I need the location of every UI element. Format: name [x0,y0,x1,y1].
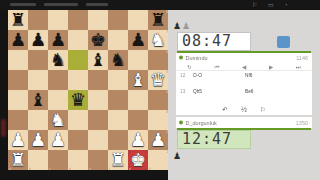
header-flag-icon: ⚐ [252,1,257,9]
black-knight-c6: ♞ [48,49,68,69]
player-row-top: Dumindu 1146 [176,53,312,62]
next-move-icon[interactable]: ▶ [269,63,273,70]
square-f8[interactable] [108,10,128,30]
square-e7[interactable]: ♚ [88,30,108,50]
square-f6[interactable]: ♞ [108,50,128,70]
player-row-bottom: D_durgunluk 1350 [176,117,312,128]
game-controls: ↶ ½ ⚐ [176,103,312,115]
black-king-e7: ♚ [88,29,108,49]
draw-offer-button[interactable]: ½ [241,105,247,113]
square-c2[interactable]: ♟ [48,130,68,150]
square-c4[interactable] [48,90,68,110]
page-left-margin [0,10,8,180]
page-header: ⚐ ▭ ◔ [0,0,320,10]
square-e2[interactable] [88,130,108,150]
move-black[interactable]: Be6 [245,87,310,95]
square-h4[interactable]: 4 [148,90,168,110]
square-h3[interactable]: 3 [148,110,168,130]
square-h5[interactable]: ♛5 [148,70,168,90]
square-h1[interactable]: 1h [148,150,168,170]
square-e8[interactable] [88,10,108,30]
square-e3[interactable] [88,110,108,130]
square-f1[interactable]: ♜f [108,150,128,170]
white-king-g1: ♚ [128,149,148,169]
clock-top: 08:47 [177,32,251,51]
white-pawn-c2: ♟ [48,129,68,149]
square-c1[interactable]: c [48,150,68,170]
white-knight-h7: ♞ [148,29,168,49]
square-h6[interactable]: 6 [148,50,168,70]
square-g3[interactable] [128,110,148,130]
black-knight-f6: ♞ [108,49,128,69]
square-f5[interactable] [108,70,128,90]
prev-move-icon[interactable]: ◀ [242,63,246,70]
square-d6[interactable] [68,50,88,70]
black-bishop-b4: ♝ [28,89,48,109]
square-a4[interactable] [8,90,28,110]
move-list: 12O-ONf613Qh5Be614Nxh7Ke715Bg5Qxd4+ [176,71,312,103]
player-name-top[interactable]: Dumindu [186,55,208,61]
square-a1[interactable]: ♜a [8,150,28,170]
white-rook-a1: ♜ [8,149,28,169]
black-rook-a8: ♜ [8,9,28,29]
last-move-icon[interactable]: ⏭ [296,63,301,70]
white-pawn-h2: ♟ [148,129,168,149]
square-f7[interactable] [108,30,128,50]
square-e5[interactable] [88,70,108,90]
header-text-smudge [86,3,108,6]
white-queen-h5: ♛ [148,69,168,89]
square-e1[interactable]: e [88,150,108,170]
square-a8[interactable]: ♜ [8,10,28,30]
square-f3[interactable] [108,110,128,130]
square-c5[interactable] [48,70,68,90]
square-b1[interactable]: b [28,150,48,170]
move-number: 13 [176,88,193,94]
clock-bottom: 12:47 [177,130,251,149]
square-b7[interactable]: ♟ [28,30,48,50]
square-h2[interactable]: ♟2 [148,130,168,150]
square-f4[interactable] [108,90,128,110]
header-bell-icon: ◔ [284,1,288,9]
black-rook-h8: ♜ [148,9,168,29]
white-knight-c3: ♞ [48,109,68,129]
square-e6[interactable]: ♝ [88,50,108,70]
square-d4[interactable]: ♛ [68,90,88,110]
online-indicator [179,56,183,60]
takeback-button[interactable]: ↶ [222,105,227,113]
first-move-icon[interactable]: ⏮ [215,63,220,70]
square-c8[interactable] [48,10,68,30]
square-e4[interactable] [88,90,108,110]
captured-pawn-icon: ♟ [173,151,181,161]
black-pawn-g7: ♟ [128,29,148,49]
black-pawn-c7: ♟ [48,29,68,49]
square-g1[interactable]: ♚g [128,150,148,170]
black-pawn-b7: ♟ [28,29,48,49]
chess-board: ♜♜8♟♟♟♚♟♞7♞♝♞6♝♛5♝♛4♞3♟♟♟♟♟2♜abcde♜f♚g1h [8,10,168,170]
move-row: 13Qh5Be6 [176,87,312,95]
square-d8[interactable] [68,10,88,30]
move-row: 12O-ONf6 [176,71,312,79]
square-h8[interactable]: ♜8 [148,10,168,30]
white-rook-f1: ♜ [108,149,128,169]
square-h7[interactable]: ♞7 [148,30,168,50]
square-b6[interactable] [28,50,48,70]
move-nav-buttons: ↻⏮◀▶⏭ [176,62,312,71]
captured-pieces-top: ♟♟ [173,21,190,31]
player-name-bottom[interactable]: D_durgunluk [186,120,217,126]
move-white[interactable]: O-O [193,72,245,78]
square-d2[interactable] [68,130,88,150]
move-number: 12 [176,72,193,78]
square-a7[interactable]: ♟ [8,30,28,50]
white-pawn-b2: ♟ [28,129,48,149]
square-b4[interactable]: ♝ [28,90,48,110]
analysis-button[interactable] [277,36,290,48]
white-pawn-g2: ♟ [128,129,148,149]
square-c6[interactable]: ♞ [48,50,68,70]
lichess-game-screen: ⚐ ▭ ◔ ♜♜8♟♟♟♚♟♞7♞♝♞6♝♛5♝♛4♞3♟♟♟♟♟2♜abcde… [0,0,320,180]
square-a6[interactable] [8,50,28,70]
black-bishop-e6: ♝ [88,49,108,69]
replay-icon[interactable]: ↻ [187,63,192,70]
square-g8[interactable] [128,10,148,30]
square-b5[interactable] [28,70,48,90]
square-a2[interactable]: ♟ [8,130,28,150]
move-black[interactable]: Nf6 [245,71,310,79]
square-d3[interactable] [68,110,88,130]
resign-button[interactable]: ⚐ [260,105,266,113]
header-window-icon: ▭ [268,1,274,9]
square-g6[interactable] [128,50,148,70]
square-f2[interactable] [108,130,128,150]
square-b3[interactable] [28,110,48,130]
square-b8[interactable] [28,10,48,30]
header-text-smudge [44,3,78,6]
white-pawn-a2: ♟ [8,129,28,149]
player-rating-top: 1146 [296,55,308,61]
square-g2[interactable]: ♟ [128,130,148,150]
recording-artifact [1,119,6,137]
white-bishop-g5: ♝ [128,69,148,89]
square-d5[interactable] [68,70,88,90]
online-indicator [179,121,183,125]
square-g5[interactable]: ♝ [128,70,148,90]
move-nav: ↻⏮◀▶⏭ [176,62,312,71]
square-g4[interactable] [128,90,148,110]
black-pawn-a7: ♟ [8,29,28,49]
move-white[interactable]: Qh5 [193,88,245,94]
header-text-smudge [10,3,36,6]
square-a5[interactable] [8,70,28,90]
captured-pieces-bottom: ♟ [173,151,181,161]
square-b2[interactable]: ♟ [28,130,48,150]
square-d7[interactable] [68,30,88,50]
square-a3[interactable] [8,110,28,130]
captured-pawn-icon: ♟ [173,21,181,31]
player-rating-bottom: 1350 [296,120,308,126]
captured-pawn-icon: ♟ [182,21,190,31]
square-c7[interactable]: ♟ [48,30,68,50]
game-sidebar: ♟♟ 08:47 Dumindu 1146 ↻⏮◀▶⏭ 12O-ONf613Qh… [168,10,320,180]
square-g7[interactable]: ♟ [128,30,148,50]
square-c3[interactable]: ♞ [48,110,68,130]
black-queen-d4: ♛ [68,89,88,109]
page-bottom-margin [0,170,168,180]
square-d1[interactable]: d [68,150,88,170]
